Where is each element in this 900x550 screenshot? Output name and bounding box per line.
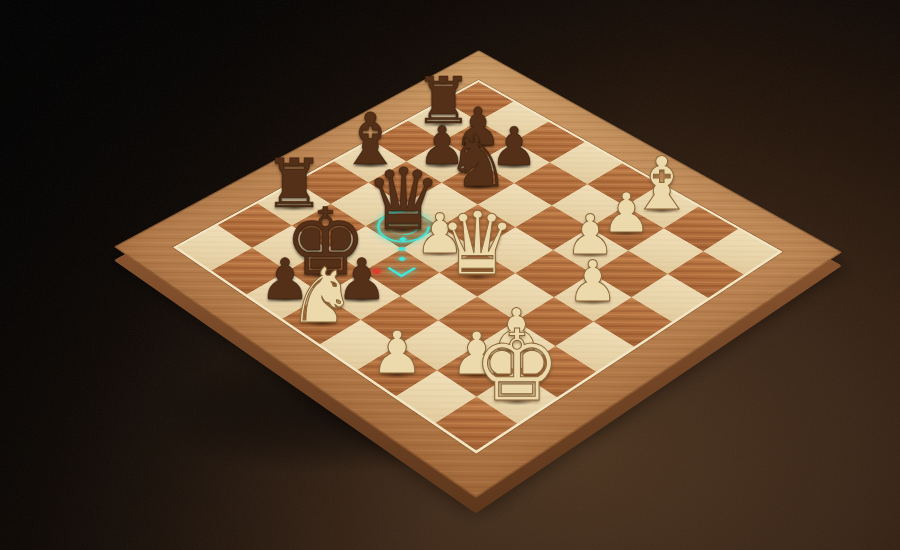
move-arrow-head [387, 260, 417, 278]
piece-white-knight-a5[interactable]: ♞ [287, 258, 355, 334]
chess-3d-scene: ♚♛♝♞♟♟♟♟♟♟♟♚♛♜♜♝♞♟♟♟♟♟ [0, 0, 900, 550]
move-arrow-dot [398, 256, 407, 261]
piece-white-pawn-a3[interactable]: ♟ [371, 325, 424, 384]
piece-white-pawn-e2[interactable]: ♟ [567, 253, 618, 310]
piece-black-knight-f6[interactable]: ♞ [446, 126, 510, 197]
piece-white-king-b1[interactable]: ♚ [473, 317, 561, 415]
piece-white-queen-d4[interactable]: ♛ [438, 202, 516, 289]
